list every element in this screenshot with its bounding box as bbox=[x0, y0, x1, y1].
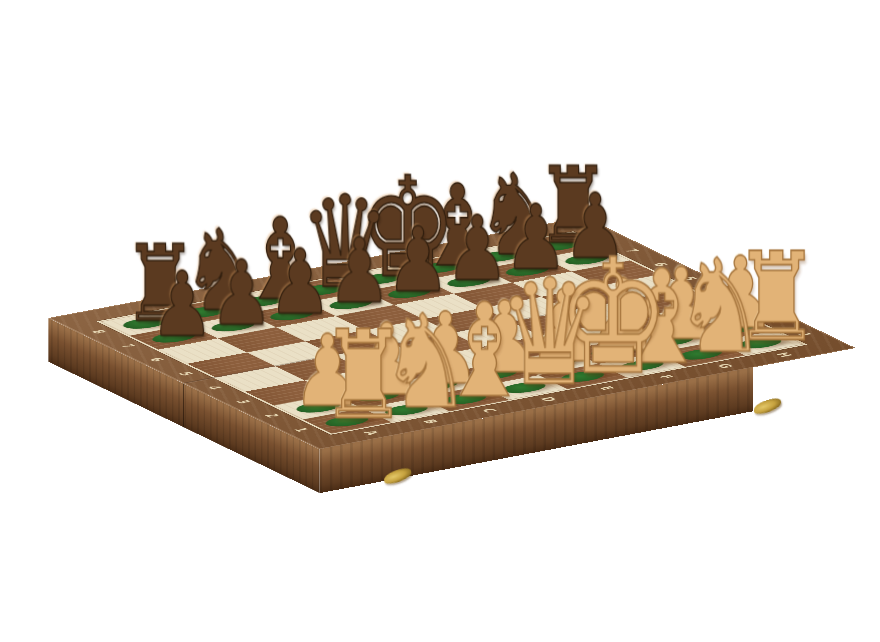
chess-board: ♜♞♝♛♚♝♞♜♟♟♟♟♟♟♟♟♟♟♟♟♟♟♟♟♜♞♝♛♚♝♞♜ ABCDEFG… bbox=[48, 217, 855, 450]
fold-seam-rail bbox=[183, 383, 184, 427]
brass-clasp-left bbox=[383, 466, 411, 487]
piece-black-pawn[interactable]: ♟ bbox=[150, 260, 202, 349]
piece-white-rook[interactable]: ♜ bbox=[320, 315, 379, 437]
brass-clasp-right bbox=[753, 396, 781, 417]
board-scene: ♜♞♝♛♚♝♞♜♟♟♟♟♟♟♟♟♟♟♟♟♟♟♟♟♜♞♝♛♚♝♞♜ ABCDEFG… bbox=[0, 0, 880, 642]
piece-black-pawn[interactable]: ♟ bbox=[209, 249, 261, 338]
product-photo: ♜♞♝♛♚♝♞♜♟♟♟♟♟♟♟♟♟♟♟♟♟♟♟♟♜♞♝♛♚♝♞♜ ABCDEFG… bbox=[0, 0, 880, 642]
